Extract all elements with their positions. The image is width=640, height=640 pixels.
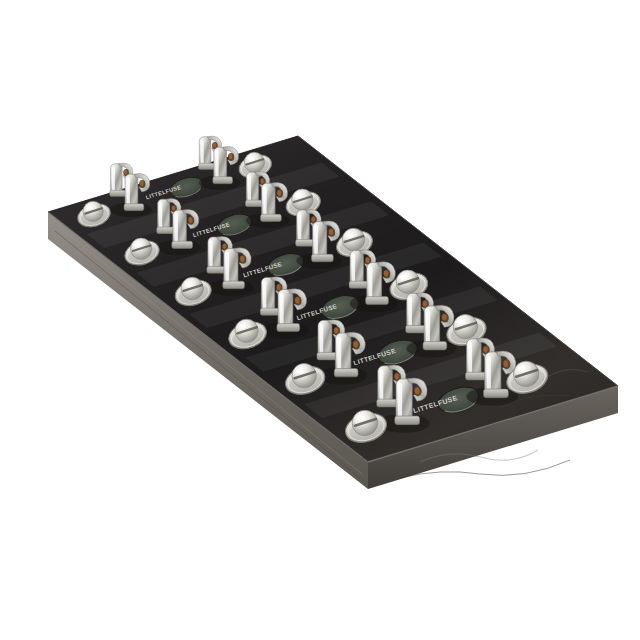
product-photo: LITTELFUSELITTELFUSELITTELFUSELITTELFUSE… (0, 0, 640, 640)
fuse-clip (198, 136, 240, 190)
fuse-clip (110, 163, 152, 217)
screenshot-root: LITTELFUSELITTELFUSELITTELFUSELITTELFUSE… (0, 0, 640, 640)
